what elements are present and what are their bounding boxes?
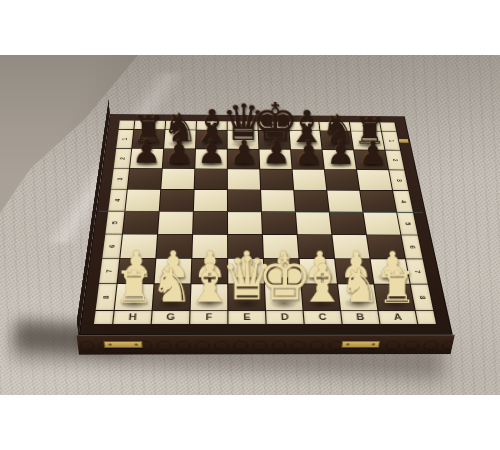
square-e3[interactable] — [228, 169, 260, 189]
piece-black-pawn-h2[interactable]: ♟ — [131, 135, 160, 168]
board-grid: HGFEDCBA1♜♞♝♛♚♝♞♜12♟♟♟♟♟♟♟♟2334455667♟♟♟… — [94, 120, 437, 324]
label-text: 8 — [102, 295, 111, 299]
square-f3[interactable] — [195, 169, 227, 189]
file-label-bottom-d: D — [266, 311, 303, 324]
square-b2[interactable]: ♟ — [323, 150, 356, 169]
square-f4[interactable] — [194, 190, 227, 211]
square-h4[interactable] — [125, 190, 160, 211]
rank-label-right-3: 3 — [389, 170, 408, 190]
label-text: 2 — [119, 157, 127, 160]
label-text: 3 — [395, 179, 403, 182]
file-label-bottom-f: F — [190, 311, 227, 324]
label-text: C — [318, 313, 327, 321]
square-f2[interactable]: ♟ — [195, 149, 227, 168]
square-c5[interactable] — [296, 212, 331, 234]
square-g4[interactable] — [160, 190, 194, 211]
piece-white-rook-h8[interactable]: ♜ — [113, 265, 153, 310]
square-g2[interactable]: ♟ — [163, 149, 195, 168]
square-c2[interactable]: ♟ — [291, 150, 324, 169]
square-d2[interactable]: ♟ — [259, 150, 291, 169]
label-text: F — [205, 313, 212, 321]
label-text: 6 — [108, 244, 117, 247]
brass-latch-icon — [341, 341, 380, 348]
label-text: 5 — [111, 221, 120, 224]
photo-background: HGFEDCBA1♜♞♝♛♚♝♞♜12♟♟♟♟♟♟♟♟2334455667♟♟♟… — [0, 55, 500, 395]
square-a4[interactable] — [360, 191, 396, 212]
label-text: D — [280, 313, 289, 321]
square-g5[interactable] — [158, 212, 193, 234]
brass-latch-icon — [104, 341, 143, 348]
rank-label-left-5: 5 — [105, 211, 124, 233]
file-label-bottom-e: E — [228, 311, 265, 324]
piece-white-rook-a8[interactable]: ♜ — [377, 265, 416, 309]
board-top-face: HGFEDCBA1♜♞♝♛♚♝♞♜12♟♟♟♟♟♟♟♟2334455667♟♟♟… — [79, 114, 453, 335]
rank-label-left-4: 4 — [108, 189, 126, 210]
chess-board: HGFEDCBA1♜♞♝♛♚♝♞♜12♟♟♟♟♟♟♟♟2334455667♟♟♟… — [79, 114, 453, 335]
label-text: 3 — [116, 177, 124, 180]
rank-label-left-2: 2 — [114, 149, 132, 168]
rank-label-right-4: 4 — [393, 191, 413, 212]
square-b8[interactable]: ♞ — [338, 284, 377, 310]
label-text: 8 — [417, 295, 426, 298]
file-label-bottom-g: G — [152, 311, 190, 324]
square-d8[interactable]: ♚ — [265, 284, 303, 310]
piece-black-pawn-f2[interactable]: ♟ — [197, 135, 226, 168]
label-text: H — [128, 313, 137, 321]
square-h3[interactable] — [128, 169, 162, 189]
square-h5[interactable] — [123, 211, 159, 233]
square-b4[interactable] — [327, 191, 362, 212]
corner-cell — [416, 311, 436, 324]
label-text: G — [166, 313, 175, 321]
square-c4[interactable] — [294, 190, 328, 211]
brass-latch-keeper-icon — [399, 139, 409, 142]
rank-label-right-2: 2 — [385, 150, 404, 169]
label-text: 4 — [113, 199, 121, 202]
piece-black-pawn-e2[interactable]: ♟ — [229, 136, 258, 169]
square-d5[interactable] — [262, 212, 297, 234]
label-text: 7 — [105, 269, 114, 272]
label-text: 2 — [391, 159, 399, 162]
square-g3[interactable] — [161, 169, 194, 189]
piece-black-pawn-g2[interactable]: ♟ — [164, 135, 193, 168]
square-c3[interactable] — [293, 170, 327, 190]
rank-label-left-3: 3 — [111, 169, 129, 189]
square-b5[interactable] — [330, 212, 366, 234]
piece-black-pawn-d2[interactable]: ♟ — [261, 136, 290, 169]
square-a3[interactable] — [357, 170, 392, 190]
square-a2[interactable]: ♟ — [354, 150, 388, 169]
file-label-bottom-b: B — [341, 311, 379, 324]
piece-black-pawn-c2[interactable]: ♟ — [294, 136, 323, 168]
square-e2[interactable]: ♟ — [228, 149, 260, 168]
file-label-bottom-a: A — [379, 311, 418, 324]
piece-black-pawn-b2[interactable]: ♟ — [326, 136, 355, 168]
piece-black-pawn-a2[interactable]: ♟ — [358, 137, 387, 169]
label-text: 1 — [121, 138, 129, 141]
box-front-edge — [76, 335, 455, 355]
piece-white-knight-b8[interactable]: ♞ — [338, 263, 380, 309]
file-label-bottom-h: H — [113, 311, 151, 324]
square-e5[interactable] — [228, 212, 262, 234]
square-a5[interactable] — [364, 212, 401, 234]
label-text: A — [393, 313, 402, 321]
square-h2[interactable]: ♟ — [130, 149, 163, 168]
square-e4[interactable] — [228, 190, 261, 211]
label-text: 1 — [387, 139, 395, 142]
label-text: 5 — [403, 222, 412, 225]
corner-cell — [94, 311, 114, 324]
rank-label-right-5: 5 — [397, 213, 417, 235]
square-d4[interactable] — [261, 190, 295, 211]
square-f5[interactable] — [193, 212, 227, 234]
label-text: 4 — [399, 200, 407, 203]
label-text: B — [356, 313, 365, 321]
square-b3[interactable] — [325, 170, 359, 190]
square-a8[interactable]: ♜ — [374, 284, 414, 310]
square-d3[interactable] — [260, 169, 293, 189]
square-h8[interactable]: ♜ — [115, 284, 154, 310]
square-c8[interactable]: ♝ — [302, 284, 340, 310]
label-text: E — [243, 313, 251, 321]
file-label-bottom-c: C — [304, 311, 342, 324]
